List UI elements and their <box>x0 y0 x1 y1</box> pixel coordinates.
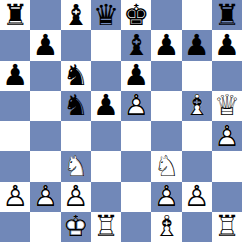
white-pawn-piece[interactable]: ♟♙ <box>151 182 181 212</box>
black-pawn-glyph: ♟ <box>0 61 30 91</box>
square-d3[interactable] <box>91 151 121 181</box>
square-e2[interactable] <box>121 182 151 212</box>
square-e8[interactable]: ♚ <box>121 0 151 30</box>
white-rook-outline: ♖ <box>91 212 121 242</box>
square-g2[interactable]: ♟♙ <box>182 182 212 212</box>
square-f7[interactable]: ♟ <box>151 30 181 60</box>
white-knight-fill: ♞ <box>61 151 91 181</box>
square-c4[interactable] <box>61 121 91 151</box>
square-a8[interactable]: ♜ <box>0 0 30 30</box>
white-rook-fill: ♜ <box>91 212 121 242</box>
white-knight-piece[interactable]: ♞♘ <box>61 151 91 181</box>
white-pawn-piece[interactable]: ♟♙ <box>182 182 212 212</box>
white-knight-piece[interactable]: ♞♘ <box>151 151 181 181</box>
square-g4[interactable] <box>182 121 212 151</box>
square-b6[interactable] <box>30 61 60 91</box>
square-f3[interactable]: ♞♘ <box>151 151 181 181</box>
square-a5[interactable] <box>0 91 30 121</box>
white-pawn-piece[interactable]: ♟♙ <box>212 121 242 151</box>
black-pawn-piece[interactable]: ♟ <box>0 61 30 91</box>
square-f8[interactable] <box>151 0 181 30</box>
white-bishop-outline: ♗ <box>182 91 212 121</box>
square-b8[interactable] <box>30 0 60 30</box>
black-pawn-glyph: ♟ <box>151 30 181 60</box>
black-rook-piece[interactable]: ♜ <box>0 0 30 30</box>
black-knight-glyph: ♞ <box>61 91 91 121</box>
white-pawn-outline: ♙ <box>121 91 151 121</box>
white-knight-outline: ♘ <box>151 151 181 181</box>
square-h3[interactable] <box>212 151 242 181</box>
black-pawn-piece[interactable]: ♟ <box>151 30 181 60</box>
black-pawn-piece[interactable]: ♟ <box>212 30 242 60</box>
black-rook-piece[interactable]: ♜ <box>212 0 242 30</box>
square-g8[interactable] <box>182 0 212 30</box>
white-pawn-fill: ♟ <box>151 182 181 212</box>
square-a2[interactable]: ♟♙ <box>0 182 30 212</box>
black-queen-glyph: ♛ <box>91 0 121 30</box>
white-knight-fill: ♞ <box>151 151 181 181</box>
white-pawn-outline: ♙ <box>182 182 212 212</box>
white-king-fill: ♚ <box>61 212 91 242</box>
square-b1[interactable] <box>30 212 60 242</box>
white-bishop-piece[interactable]: ♝♗ <box>182 91 212 121</box>
white-knight-outline: ♘ <box>61 151 91 181</box>
square-b2[interactable]: ♟♙ <box>30 182 60 212</box>
square-h7[interactable]: ♟ <box>212 30 242 60</box>
white-queen-outline: ♕ <box>212 91 242 121</box>
square-f2[interactable]: ♟♙ <box>151 182 181 212</box>
square-d6[interactable] <box>91 61 121 91</box>
black-bishop-glyph: ♝ <box>61 0 91 30</box>
black-king-glyph: ♚ <box>121 0 151 30</box>
black-bishop-piece[interactable]: ♝ <box>121 30 151 60</box>
black-pawn-glyph: ♟ <box>121 61 151 91</box>
square-c5[interactable]: ♞ <box>61 91 91 121</box>
white-bishop-fill: ♝ <box>182 91 212 121</box>
square-g6[interactable] <box>182 61 212 91</box>
black-knight-glyph: ♞ <box>61 61 91 91</box>
white-queen-fill: ♛ <box>212 91 242 121</box>
square-d4[interactable] <box>91 121 121 151</box>
square-f1[interactable]: ♝♗ <box>151 212 181 242</box>
chess-board: ♜♝♛♚♜♟♝♟♟♟♟♞♟♞♟♟♙♝♗♛♕♟♙♞♘♞♘♟♙♟♙♟♙♟♙♟♙♚♔♜… <box>0 0 242 242</box>
square-a7[interactable] <box>0 30 30 60</box>
black-bishop-glyph: ♝ <box>121 30 151 60</box>
black-bishop-piece[interactable]: ♝ <box>61 0 91 30</box>
square-e1[interactable] <box>121 212 151 242</box>
square-c6[interactable]: ♞ <box>61 61 91 91</box>
square-a4[interactable] <box>0 121 30 151</box>
square-f6[interactable] <box>151 61 181 91</box>
black-pawn-piece[interactable]: ♟ <box>121 61 151 91</box>
square-d5[interactable]: ♟ <box>91 91 121 121</box>
square-e5[interactable]: ♟♙ <box>121 91 151 121</box>
square-f4[interactable] <box>151 121 181 151</box>
white-king-outline: ♔ <box>61 212 91 242</box>
white-rook-fill: ♜ <box>212 212 242 242</box>
square-a1[interactable] <box>0 212 30 242</box>
square-e4[interactable] <box>121 121 151 151</box>
black-pawn-glyph: ♟ <box>91 91 121 121</box>
square-c1[interactable]: ♚♔ <box>61 212 91 242</box>
square-d2[interactable] <box>91 182 121 212</box>
white-rook-piece[interactable]: ♜♖ <box>212 212 242 242</box>
square-e7[interactable]: ♝ <box>121 30 151 60</box>
white-pawn-fill: ♟ <box>0 182 30 212</box>
white-bishop-outline: ♗ <box>151 212 181 242</box>
square-d8[interactable]: ♛ <box>91 0 121 30</box>
black-pawn-piece[interactable]: ♟ <box>182 30 212 60</box>
square-g5[interactable]: ♝♗ <box>182 91 212 121</box>
square-g3[interactable] <box>182 151 212 181</box>
square-d7[interactable] <box>91 30 121 60</box>
square-h4[interactable]: ♟♙ <box>212 121 242 151</box>
square-c3[interactable]: ♞♘ <box>61 151 91 181</box>
square-a6[interactable]: ♟ <box>0 61 30 91</box>
black-pawn-piece[interactable]: ♟ <box>91 91 121 121</box>
white-pawn-piece[interactable]: ♟♙ <box>121 91 151 121</box>
black-knight-piece[interactable]: ♞ <box>61 91 91 121</box>
black-queen-piece[interactable]: ♛ <box>91 0 121 30</box>
white-pawn-fill: ♟ <box>212 121 242 151</box>
white-pawn-outline: ♙ <box>212 121 242 151</box>
black-rook-glyph: ♜ <box>212 0 242 30</box>
white-queen-piece[interactable]: ♛♕ <box>212 91 242 121</box>
white-pawn-outline: ♙ <box>0 182 30 212</box>
white-pawn-fill: ♟ <box>30 182 60 212</box>
black-pawn-glyph: ♟ <box>212 30 242 60</box>
black-king-piece[interactable]: ♚ <box>121 0 151 30</box>
white-pawn-outline: ♙ <box>30 182 60 212</box>
square-f5[interactable] <box>151 91 181 121</box>
square-c2[interactable]: ♟♙ <box>61 182 91 212</box>
white-rook-piece[interactable]: ♜♖ <box>91 212 121 242</box>
black-pawn-glyph: ♟ <box>30 30 60 60</box>
black-pawn-glyph: ♟ <box>182 30 212 60</box>
square-h6[interactable] <box>212 61 242 91</box>
square-h2[interactable] <box>212 182 242 212</box>
white-pawn-piece[interactable]: ♟♙ <box>30 182 60 212</box>
white-pawn-piece[interactable]: ♟♙ <box>0 182 30 212</box>
white-bishop-piece[interactable]: ♝♗ <box>151 212 181 242</box>
white-king-piece[interactable]: ♚♔ <box>61 212 91 242</box>
white-rook-outline: ♖ <box>212 212 242 242</box>
square-c8[interactable]: ♝ <box>61 0 91 30</box>
square-c7[interactable] <box>61 30 91 60</box>
square-a3[interactable] <box>0 151 30 181</box>
white-pawn-fill: ♟ <box>61 182 91 212</box>
square-b4[interactable] <box>30 121 60 151</box>
black-rook-glyph: ♜ <box>0 0 30 30</box>
white-bishop-fill: ♝ <box>151 212 181 242</box>
square-e3[interactable] <box>121 151 151 181</box>
white-pawn-outline: ♙ <box>151 182 181 212</box>
square-h1[interactable]: ♜♖ <box>212 212 242 242</box>
square-e6[interactable]: ♟ <box>121 61 151 91</box>
black-pawn-piece[interactable]: ♟ <box>30 30 60 60</box>
square-b5[interactable] <box>30 91 60 121</box>
square-h5[interactable]: ♛♕ <box>212 91 242 121</box>
square-b7[interactable]: ♟ <box>30 30 60 60</box>
square-h8[interactable]: ♜ <box>212 0 242 30</box>
black-knight-piece[interactable]: ♞ <box>61 61 91 91</box>
white-pawn-fill: ♟ <box>121 91 151 121</box>
square-d1[interactable]: ♜♖ <box>91 212 121 242</box>
square-g7[interactable]: ♟ <box>182 30 212 60</box>
square-g1[interactable] <box>182 212 212 242</box>
white-pawn-outline: ♙ <box>61 182 91 212</box>
white-pawn-fill: ♟ <box>182 182 212 212</box>
white-pawn-piece[interactable]: ♟♙ <box>61 182 91 212</box>
square-b3[interactable] <box>30 151 60 181</box>
